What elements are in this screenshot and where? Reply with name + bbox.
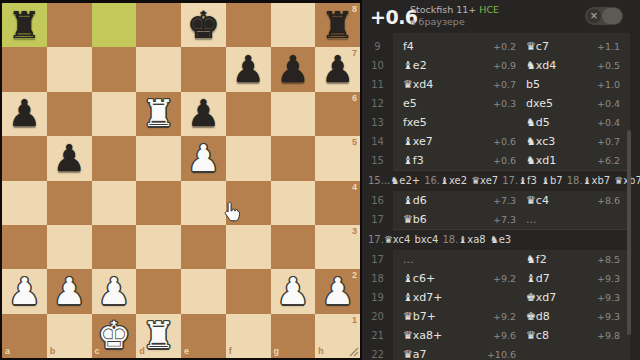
black-move-eval: +1.0 [597,79,620,90]
square-g6[interactable] [271,92,316,136]
engine-line-row-21: 21♛xa8++9.6♛c8+9.8 [362,326,640,345]
white-move-cell[interactable]: ♝e2+0.9 [393,59,524,72]
black-move-cell[interactable]: ♞xd1+6.2 [524,154,630,167]
square-a7[interactable] [2,47,47,91]
engine-lines-bottom: 17...♞f2+8.518♝c6++9.2♝d7+9.319♝xd7+♚xd7… [362,250,640,360]
square-f2[interactable] [226,269,271,313]
rank-label-4: 4 [352,183,357,192]
move-number: 19 [362,292,393,303]
move-cells: ♝xd7+♚xd7+9.3 [393,288,630,308]
rank-label-3: 3 [352,227,357,236]
engine-info: Stockfish 11+HCE в браузере [410,4,499,28]
black-move-cell[interactable]: b5+1.0 [524,78,630,91]
engine-line-row-17: 17...♞f2+8.5 [362,250,640,269]
square-b2[interactable]: ♟ [47,269,92,313]
black-move-eval: +8.6 [597,195,620,206]
white-move-cell[interactable]: ♛b6+7.3 [393,213,524,226]
file-label-d: d [139,347,145,356]
square-d5[interactable] [136,136,181,180]
engine-lines-top: 9f4+0.2♛c7+1.110♝e2+0.9♞xd4+0.511♛xd4+0.… [362,37,640,170]
black-move-eval: +8.5 [597,254,620,265]
black-move[interactable]: ♞xd4 [526,59,556,72]
square-h5[interactable]: 5 [315,136,360,180]
black-move[interactable]: ♞xc3 [526,135,555,148]
square-g1[interactable]: g [271,314,316,358]
black-move-eval: +9.3 [597,292,620,303]
file-label-a: a [5,347,10,356]
engine-line-row-17: 17♛b6+7.3... [362,210,640,229]
white-move[interactable]: fxe5 [403,116,427,129]
file-label-g: g [274,347,280,356]
white-move-eval: +7.3 [493,195,516,206]
move-number: 11 [362,79,393,90]
white-move[interactable]: ♝xe7 [403,135,433,148]
white-move[interactable]: ♝d6 [403,194,427,207]
black-move-cell[interactable]: ♛c8+9.8 [524,329,630,342]
move-number: 20 [362,311,393,322]
black-move-cell[interactable]: ... [524,213,630,226]
white-move[interactable]: ♛xa8+ [403,329,442,342]
move-cells: ♛a7+10.6 [393,345,630,360]
square-e5[interactable]: ♟ [181,136,226,180]
engine-name: Stockfish 11+ [410,4,476,15]
white-move[interactable]: ♛b6 [403,213,427,226]
move-list-move[interactable]: ♝f3 [518,175,537,186]
black-move[interactable]: ♞d5 [526,116,550,129]
square-h6[interactable]: 6 [315,92,360,136]
square-c8[interactable] [92,3,137,47]
square-h2[interactable]: 2♟ [315,269,360,313]
black-move[interactable]: ♚xd7 [526,291,556,304]
move-list-move[interactable]: ♝b7 [541,175,563,186]
move-cells: ♛b7++9.2♚d8+9.3 [393,307,630,327]
black-move-eval: +0.4 [597,117,620,128]
white-move[interactable]: e5 [403,97,417,110]
move-cells: ♛xa8++9.6♛c8+9.8 [393,326,630,346]
white-move[interactable]: ♛a7 [403,348,427,360]
white-move: ... [403,253,414,266]
move-cells: ♝c6++9.2♝d7+9.3 [393,269,630,289]
move-cells: ♝e2+0.9♞xd4+0.5 [393,56,630,76]
square-f8[interactable] [226,3,271,47]
rank-label-2: 2 [352,271,357,280]
white-move-eval: +10.6 [487,349,516,360]
black-move-cell[interactable]: ♞xc3+0.7 [524,135,630,148]
white-move[interactable]: ♝xd7+ [403,291,443,304]
move-number: 16 [362,195,393,206]
white-move-eval: +0.3 [493,98,516,109]
square-d2[interactable] [136,269,181,313]
move-number: 15 [362,155,393,166]
square-b7[interactable] [47,47,92,91]
engine-line-row-22: 22♛a7+10.6 [362,345,640,360]
square-b1[interactable]: b [47,314,92,358]
square-b4[interactable] [47,181,92,225]
square-a5[interactable] [2,136,47,180]
square-h4[interactable]: 4 [315,181,360,225]
move-list-number: 18. [442,234,458,245]
move-list-number: 17. [502,175,518,186]
file-label-c: c [95,347,100,356]
black-move-cell[interactable]: ♞d5+0.4 [524,116,630,129]
move-cells: ♛b6+7.3... [393,210,630,230]
square-a2[interactable]: ♟ [2,269,47,313]
move-cells: ♝d6+7.3♛c4+8.6 [393,191,630,211]
white-move-eval: +0.6 [493,155,516,166]
square-g8[interactable] [271,3,316,47]
square-e3[interactable] [181,225,226,269]
engine-line-row-18: 18♝c6++9.2♝d7+9.3 [362,269,640,288]
move-number: 12 [362,98,393,109]
black-pawn-g7[interactable]: ♟ [271,47,316,91]
square-c7[interactable] [92,47,137,91]
engine-lines-mid: 16♝d6+7.3♛c4+8.617♛b6+7.3... [362,191,640,229]
square-e7[interactable] [181,47,226,91]
rank-label-7: 7 [352,49,357,58]
move-list-number: 17. [368,234,384,245]
square-b8[interactable] [47,3,92,47]
move-list-move[interactable]: ♛xe7 [471,175,498,186]
white-move-cell[interactable]: ♝c6++9.2 [393,272,524,285]
black-pawn-f7[interactable]: ♟ [226,47,271,91]
black-move-cell[interactable]: ♚xd7+9.3 [524,291,630,304]
black-move-cell[interactable]: ♛c4+8.6 [524,194,630,207]
square-g7[interactable]: ♟ [271,47,316,91]
square-b6[interactable] [47,92,92,136]
white-move-cell[interactable]: ♛xa8++9.6 [393,329,524,342]
chess-board[interactable]: ♜♚8♜♟♟7♟♟♜♟6♟♟543♟♟♟♟2♟abc♚d♜efg1h [2,3,360,358]
engine-line-row-10: 10♝e2+0.9♞xd4+0.5 [362,56,640,75]
engine-subtitle: в браузере [410,16,499,28]
engine-line-row-19: 19♝xd7+♚xd7+9.3 [362,288,640,307]
square-f5[interactable] [226,136,271,180]
move-list-move[interactable]: ♞e3 [490,234,511,245]
square-e2[interactable] [181,269,226,313]
white-move-eval: +0.9 [493,60,516,71]
square-c3[interactable] [92,225,137,269]
square-f1[interactable]: f [226,314,271,358]
black-move-eval: +1.1 [597,41,620,52]
black-move[interactable]: ♞xd1 [526,154,556,167]
square-g3[interactable] [271,225,316,269]
rank-label-8: 8 [352,5,357,14]
engine-line-row-11: 11♛xd4+0.7b5+1.0 [362,75,640,94]
file-label-b: b [50,347,56,356]
white-move-eval: +9.2 [493,311,516,322]
square-e8[interactable]: ♚ [181,3,226,47]
move-number: 14 [362,136,393,147]
black-move-eval: +9.3 [597,311,620,322]
move-list-move[interactable]: bxc4 [414,234,438,245]
black-move: ... [526,213,537,226]
black-move[interactable]: ♞f2 [526,253,547,266]
black-move-cell[interactable]: ♝d7+9.3 [524,272,630,285]
square-a3[interactable] [2,225,47,269]
black-move-eval: +0.7 [597,136,620,147]
engine-badge: HCE [479,4,499,15]
white-move-cell[interactable]: ♝xd7+ [393,291,524,304]
square-f4[interactable] [226,181,271,225]
square-h3[interactable]: 3 [315,225,360,269]
black-rook-a8[interactable]: ♜ [2,3,47,47]
square-h7[interactable]: 7♟ [315,47,360,91]
white-move[interactable]: ♛b7+ [403,310,436,323]
rank-label-1: 1 [352,316,357,325]
square-a8[interactable]: ♜ [2,3,47,47]
black-move-eval: +6.2 [597,155,620,166]
square-e6[interactable]: ♟ [181,92,226,136]
black-move-eval: +9.3 [597,273,620,284]
square-a6[interactable]: ♟ [2,92,47,136]
white-move[interactable]: ♝c6+ [403,272,435,285]
move-list-number: 18. [567,175,583,186]
black-move[interactable]: dxe5 [526,97,553,110]
toggle-off-icon: × [587,9,601,23]
move-cells: ♝xe7+0.6♞xc3+0.7 [393,132,630,152]
move-list-move[interactable]: ♝xa8 [458,234,485,245]
black-move-eval: +9.8 [597,330,620,341]
square-d6[interactable]: ♜ [136,92,181,136]
square-g5[interactable] [271,136,316,180]
move-cells: ...♞f2+8.5 [393,250,630,270]
file-label-f: f [229,347,232,356]
move-cells: e5+0.3dxe5+0.4 [393,94,630,114]
white-move-cell[interactable]: ♝xe7+0.6 [393,135,524,148]
move-list-number: 15... [368,175,390,186]
white-pawn-c2[interactable]: ♟ [92,269,137,313]
engine-toggle[interactable]: × [585,7,623,25]
variation-move-list[interactable]: 17.♛xc4bxc418.♝xa8♞e3 [365,229,630,250]
rank-label-6: 6 [352,94,357,103]
move-cells: ♝f3+0.6♞xd1+6.2 [393,151,630,171]
square-f7[interactable]: ♟ [226,47,271,91]
rank-label-5: 5 [352,138,357,147]
square-d4[interactable] [136,181,181,225]
engine-line-row-13: 13fxe5♞d5+0.4 [362,113,640,132]
scrollbar-thumb[interactable] [627,130,631,335]
square-c2[interactable]: ♟ [92,269,137,313]
move-number: 13 [362,117,393,128]
black-move-cell[interactable]: ♞xd4+0.5 [524,59,630,72]
white-move-cell[interactable]: ♛xd4+0.7 [393,78,524,91]
move-number: 10 [362,60,393,71]
square-a4[interactable] [2,181,47,225]
black-pawn-a6[interactable]: ♟ [2,92,47,136]
square-h1[interactable]: 1h [315,314,360,358]
move-list-move[interactable]: ♝xb7 [583,175,611,186]
square-g4[interactable] [271,181,316,225]
white-move-cell[interactable]: f4+0.2 [393,40,524,53]
black-move[interactable]: ♛c4 [526,194,549,207]
black-move-cell[interactable]: ♛c7+1.1 [524,40,630,53]
white-move-cell[interactable]: ♛b7++9.2 [393,310,524,323]
black-move-eval: +0.5 [597,60,620,71]
square-b3[interactable] [47,225,92,269]
black-move[interactable]: b5 [526,78,540,91]
move-number: 17 [362,254,393,265]
square-g2[interactable]: ♟ [271,269,316,313]
white-move-cell[interactable]: ... [393,253,524,266]
black-move-cell[interactable]: ♚d8+9.3 [524,310,630,323]
black-move-cell[interactable]: ♞f2+8.5 [524,253,630,266]
engine-line-row-15: 15♝f3+0.6♞xd1+6.2 [362,151,640,170]
white-move[interactable]: ♛xd4 [403,78,433,91]
move-number: 17 [362,214,393,225]
white-move-cell[interactable]: ♝d6+7.3 [393,194,524,207]
white-pawn-g2[interactable]: ♟ [271,269,316,313]
square-a1[interactable]: a [2,314,47,358]
white-move-eval: +9.6 [493,330,516,341]
white-move-eval: +7.3 [493,214,516,225]
move-list-move[interactable]: ♝xe2 [440,175,467,186]
square-d7[interactable] [136,47,181,91]
white-move-eval: +9.2 [493,273,516,284]
black-pawn-b5[interactable]: ♟ [47,136,92,180]
engine-line-row-20: 20♛b7++9.2♚d8+9.3 [362,307,640,326]
move-number: 22 [362,349,393,360]
move-number: 9 [362,41,393,52]
square-c5[interactable] [92,136,137,180]
square-c4[interactable] [92,181,137,225]
engine-line-row-16: 16♝d6+7.3♛c4+8.6 [362,191,640,210]
black-move[interactable]: ♚d8 [526,310,550,323]
white-move-eval: +0.6 [493,136,516,147]
engine-line-row-9: 9f4+0.2♛c7+1.1 [362,37,640,56]
white-move-cell[interactable]: fxe5 [393,116,524,129]
board-resize-handle-icon[interactable] [349,347,359,357]
black-pawn-e6[interactable]: ♟ [181,92,226,136]
black-move[interactable]: ♝d7 [526,272,550,285]
analysis-panel: +0.6 Stockfish 11+HCE в браузере × 9f4+0… [362,0,640,360]
move-list-move[interactable]: ♞e2+ [390,175,420,186]
white-pawn-a2[interactable]: ♟ [2,269,47,313]
square-e4[interactable] [181,181,226,225]
white-move[interactable]: ♝e2 [403,59,427,72]
move-cells: ♛xd4+0.7b5+1.0 [393,75,630,95]
move-number: 18 [362,273,393,284]
engine-header: +0.6 Stockfish 11+HCE в браузере × [362,0,640,33]
move-list-number: 16. [424,175,440,186]
white-move[interactable]: f4 [403,40,414,53]
toggle-knob-icon [602,8,622,24]
square-d3[interactable] [136,225,181,269]
white-move-cell[interactable]: e5+0.3 [393,97,524,110]
white-pawn-e5[interactable]: ♟ [181,136,226,180]
black-move-eval: +0.4 [597,98,620,109]
square-d8[interactable] [136,3,181,47]
analysis-window: ♜♚8♜♟♟7♟♟♜♟6♟♟543♟♟♟♟2♟abc♚d♜efg1h +0.6 … [0,0,640,360]
square-f3[interactable] [226,225,271,269]
engine-line-row-14: 14♝xe7+0.6♞xc3+0.7 [362,132,640,151]
square-c1[interactable]: c♚ [92,314,137,358]
white-move-eval: +0.2 [493,41,516,52]
white-move[interactable]: ♝f3 [403,154,424,167]
move-list-move[interactable]: ♛xc4 [384,234,411,245]
black-move-cell[interactable]: dxe5+0.4 [524,97,630,110]
white-move-cell[interactable]: ♛a7+10.6 [393,348,524,360]
black-move[interactable]: ♛c7 [526,40,549,53]
white-move-cell[interactable]: ♝f3+0.6 [393,154,524,167]
move-cells: fxe5♞d5+0.4 [393,113,630,133]
file-label-e: e [184,347,189,356]
game-move-list[interactable]: 15...♞e2+16.♝xe2♛xe717.♝f3♝b718.♝xb7♛xb7… [365,170,630,191]
white-pawn-b2[interactable]: ♟ [47,269,92,313]
square-d1[interactable]: d♜ [136,314,181,358]
engine-line-row-12: 12e5+0.3dxe5+0.4 [362,94,640,113]
square-e1[interactable]: e [181,314,226,358]
file-label-h: h [318,347,324,356]
square-h8[interactable]: 8♜ [315,3,360,47]
black-move[interactable]: ♛c8 [526,329,549,342]
square-c6[interactable] [92,92,137,136]
move-cells: f4+0.2♛c7+1.1 [393,37,630,57]
white-rook-d6[interactable]: ♜ [136,92,181,136]
white-move-eval: +0.7 [493,79,516,90]
square-b5[interactable]: ♟ [47,136,92,180]
black-king-e8[interactable]: ♚ [181,3,226,47]
square-f6[interactable] [226,92,271,136]
move-number: 21 [362,330,393,341]
